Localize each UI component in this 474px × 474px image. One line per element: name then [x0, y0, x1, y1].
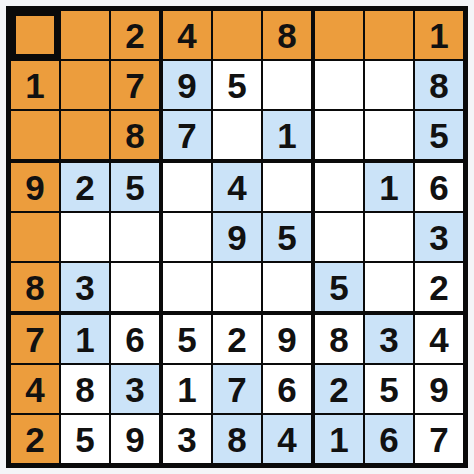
cell-r1c4[interactable]: 4 [163, 11, 211, 59]
block-6: 16352 [315, 163, 463, 311]
cell-r4c7[interactable] [315, 163, 363, 211]
block-1: 2178 [11, 11, 159, 159]
cell-r8c8[interactable]: 5 [365, 365, 413, 413]
cell-r1c2[interactable] [61, 11, 109, 59]
cell-r7c9[interactable]: 4 [415, 315, 463, 363]
cell-r1c6[interactable]: 8 [263, 11, 311, 59]
cell-r1c9[interactable]: 1 [415, 11, 463, 59]
cell-r6c5[interactable] [213, 263, 261, 311]
block-9: 834259167 [315, 315, 463, 463]
cell-r9c5[interactable]: 8 [213, 415, 261, 463]
cell-r3c9[interactable]: 5 [415, 111, 463, 159]
cell-r6c8[interactable] [365, 263, 413, 311]
cell-r6c2[interactable]: 3 [61, 263, 109, 311]
cell-r6c7[interactable]: 5 [315, 263, 363, 311]
cell-r7c7[interactable]: 8 [315, 315, 363, 363]
cell-r8c6[interactable]: 6 [263, 365, 311, 413]
cell-r4c2[interactable]: 2 [61, 163, 109, 211]
cell-r2c7[interactable] [315, 61, 363, 109]
cell-r7c2[interactable]: 1 [61, 315, 109, 363]
cell-r3c5[interactable] [213, 111, 261, 159]
cell-r8c2[interactable]: 8 [61, 365, 109, 413]
cell-r1c3[interactable]: 2 [111, 11, 159, 59]
cell-r5c2[interactable] [61, 213, 109, 261]
cell-r6c1[interactable]: 8 [11, 263, 59, 311]
cell-r9c3[interactable]: 9 [111, 415, 159, 463]
cell-r9c4[interactable]: 3 [163, 415, 211, 463]
cell-r7c6[interactable]: 9 [263, 315, 311, 363]
cell-r4c9[interactable]: 6 [415, 163, 463, 211]
cell-r1c1[interactable] [11, 11, 59, 59]
cell-r5c4[interactable] [163, 213, 211, 261]
cell-r9c1[interactable]: 2 [11, 415, 59, 463]
cell-r2c3[interactable]: 7 [111, 61, 159, 109]
cell-r9c9[interactable]: 7 [415, 415, 463, 463]
cell-r3c1[interactable] [11, 111, 59, 159]
cell-r7c4[interactable]: 5 [163, 315, 211, 363]
cell-r8c7[interactable]: 2 [315, 365, 363, 413]
cell-r7c5[interactable]: 2 [213, 315, 261, 363]
cell-r1c7[interactable] [315, 11, 363, 59]
cell-r1c5[interactable] [213, 11, 261, 59]
cell-r3c3[interactable]: 8 [111, 111, 159, 159]
cell-r7c3[interactable]: 6 [111, 315, 159, 363]
cell-r5c7[interactable] [315, 213, 363, 261]
cell-r3c6[interactable]: 1 [263, 111, 311, 159]
sudoku-board: 2178489571185925834951635271648325952917… [6, 6, 468, 468]
cell-r2c1[interactable]: 1 [11, 61, 59, 109]
cell-r9c8[interactable]: 6 [365, 415, 413, 463]
cell-r5c3[interactable] [111, 213, 159, 261]
cell-r5c9[interactable]: 3 [415, 213, 463, 261]
cell-r9c7[interactable]: 1 [315, 415, 363, 463]
cell-r2c5[interactable]: 5 [213, 61, 261, 109]
cell-r8c3[interactable]: 3 [111, 365, 159, 413]
cell-r2c2[interactable] [61, 61, 109, 109]
cell-r6c3[interactable] [111, 263, 159, 311]
cell-r6c9[interactable]: 2 [415, 263, 463, 311]
cell-r1c8[interactable] [365, 11, 413, 59]
cell-r8c4[interactable]: 1 [163, 365, 211, 413]
block-8: 529176384 [163, 315, 311, 463]
cell-r5c6[interactable]: 5 [263, 213, 311, 261]
block-2: 489571 [163, 11, 311, 159]
cell-r2c6[interactable] [263, 61, 311, 109]
sudoku-page: 2178489571185925834951635271648325952917… [0, 0, 474, 474]
cell-r3c2[interactable] [61, 111, 109, 159]
cell-r2c8[interactable] [365, 61, 413, 109]
cell-r5c1[interactable] [11, 213, 59, 261]
cell-r6c4[interactable] [163, 263, 211, 311]
block-5: 495 [163, 163, 311, 311]
cell-r4c1[interactable]: 9 [11, 163, 59, 211]
cell-r7c1[interactable]: 7 [11, 315, 59, 363]
cell-r4c4[interactable] [163, 163, 211, 211]
cell-r5c8[interactable] [365, 213, 413, 261]
cell-r4c3[interactable]: 5 [111, 163, 159, 211]
block-7: 716483259 [11, 315, 159, 463]
cell-r6c6[interactable] [263, 263, 311, 311]
cell-r2c9[interactable]: 8 [415, 61, 463, 109]
cell-r9c6[interactable]: 4 [263, 415, 311, 463]
cell-r5c5[interactable]: 9 [213, 213, 261, 261]
block-3: 185 [315, 11, 463, 159]
cell-r7c8[interactable]: 3 [365, 315, 413, 363]
cell-r3c7[interactable] [315, 111, 363, 159]
cell-r8c5[interactable]: 7 [213, 365, 261, 413]
cell-r2c4[interactable]: 9 [163, 61, 211, 109]
cell-r8c1[interactable]: 4 [11, 365, 59, 413]
cell-r3c4[interactable]: 7 [163, 111, 211, 159]
cell-r4c5[interactable]: 4 [213, 163, 261, 211]
cell-r4c8[interactable]: 1 [365, 163, 413, 211]
cell-r4c6[interactable] [263, 163, 311, 211]
cell-r3c8[interactable] [365, 111, 413, 159]
cell-r8c9[interactable]: 9 [415, 365, 463, 413]
block-4: 92583 [11, 163, 159, 311]
cell-r9c2[interactable]: 5 [61, 415, 109, 463]
